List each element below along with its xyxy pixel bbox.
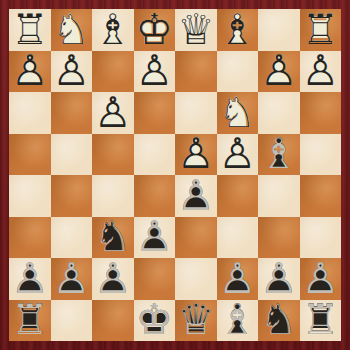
piece-black-rook[interactable]: ♜♖ — [300, 300, 342, 342]
piece-glyph-fill: ♜ — [9, 300, 51, 342]
square-c1[interactable]: ♝♗ — [217, 9, 259, 51]
square-h5[interactable] — [9, 175, 51, 217]
piece-white-knight[interactable]: ♞♘ — [217, 92, 259, 134]
square-d8[interactable]: ♛♕ — [175, 300, 217, 342]
piece-glyph-line: ♕ — [175, 9, 217, 51]
piece-black-pawn[interactable]: ♟♙ — [258, 258, 300, 300]
piece-glyph-line: ♗ — [217, 9, 259, 51]
piece-glyph-fill: ♞ — [51, 9, 93, 51]
square-d3[interactable] — [175, 92, 217, 134]
piece-black-pawn[interactable]: ♟♙ — [134, 217, 176, 259]
piece-white-pawn[interactable]: ♟♙ — [217, 134, 259, 176]
square-g6[interactable] — [51, 217, 93, 259]
square-h1[interactable]: ♜♖ — [9, 9, 51, 51]
square-e2[interactable]: ♟♙ — [134, 51, 176, 93]
piece-white-pawn[interactable]: ♟♙ — [300, 51, 342, 93]
square-f3[interactable]: ♟♙ — [92, 92, 134, 134]
piece-black-rook[interactable]: ♜♖ — [9, 300, 51, 342]
piece-glyph-line: ♙ — [9, 258, 51, 300]
square-d4[interactable]: ♟♙ — [175, 134, 217, 176]
piece-glyph-line: ♖ — [9, 300, 51, 342]
piece-glyph-fill: ♟ — [92, 258, 134, 300]
piece-glyph-fill: ♟ — [217, 134, 259, 176]
square-b7[interactable]: ♟♙ — [258, 258, 300, 300]
piece-glyph-line: ♙ — [300, 258, 342, 300]
piece-glyph-fill: ♝ — [217, 300, 259, 342]
square-b3[interactable] — [258, 92, 300, 134]
piece-white-queen[interactable]: ♛♕ — [175, 9, 217, 51]
piece-glyph-line: ♔ — [134, 300, 176, 342]
square-d7[interactable] — [175, 258, 217, 300]
square-f1[interactable]: ♝♗ — [92, 9, 134, 51]
piece-glyph-line: ♙ — [217, 134, 259, 176]
square-e7[interactable] — [134, 258, 176, 300]
piece-glyph-line: ♙ — [258, 258, 300, 300]
square-b1[interactable] — [258, 9, 300, 51]
piece-glyph-fill: ♝ — [217, 9, 259, 51]
piece-glyph-fill: ♝ — [258, 134, 300, 176]
piece-black-pawn[interactable]: ♟♙ — [51, 258, 93, 300]
piece-white-rook[interactable]: ♜♖ — [9, 9, 51, 51]
square-h6[interactable] — [9, 217, 51, 259]
piece-white-pawn[interactable]: ♟♙ — [92, 92, 134, 134]
piece-glyph-line: ♙ — [92, 258, 134, 300]
piece-glyph-fill: ♟ — [134, 51, 176, 93]
piece-glyph-fill: ♟ — [51, 51, 93, 93]
piece-glyph-line: ♙ — [9, 51, 51, 93]
square-b8[interactable]: ♞♘ — [258, 300, 300, 342]
piece-glyph-line: ♗ — [258, 134, 300, 176]
piece-glyph-fill: ♟ — [175, 134, 217, 176]
piece-black-bishop[interactable]: ♝♗ — [258, 134, 300, 176]
piece-glyph-fill: ♟ — [175, 175, 217, 217]
square-e1[interactable]: ♚♔ — [134, 9, 176, 51]
piece-white-king[interactable]: ♚♔ — [134, 9, 176, 51]
square-f4[interactable] — [92, 134, 134, 176]
piece-glyph-line: ♙ — [51, 258, 93, 300]
square-a4[interactable] — [300, 134, 342, 176]
square-f6[interactable]: ♞♘ — [92, 217, 134, 259]
piece-glyph-fill: ♞ — [258, 300, 300, 342]
piece-glyph-fill: ♜ — [300, 9, 342, 51]
piece-glyph-fill: ♟ — [134, 217, 176, 259]
piece-white-rook[interactable]: ♜♖ — [300, 9, 342, 51]
square-a8[interactable]: ♜♖ — [300, 300, 342, 342]
piece-glyph-fill: ♟ — [217, 258, 259, 300]
square-e8[interactable]: ♚♔ — [134, 300, 176, 342]
square-a6[interactable] — [300, 217, 342, 259]
square-a5[interactable] — [300, 175, 342, 217]
piece-glyph-line: ♙ — [175, 134, 217, 176]
piece-glyph-line: ♔ — [134, 9, 176, 51]
piece-glyph-fill: ♟ — [51, 258, 93, 300]
piece-glyph-line: ♙ — [51, 51, 93, 93]
square-f8[interactable] — [92, 300, 134, 342]
piece-glyph-line: ♘ — [92, 217, 134, 259]
square-h4[interactable] — [9, 134, 51, 176]
square-d1[interactable]: ♛♕ — [175, 9, 217, 51]
square-h7[interactable]: ♟♙ — [9, 258, 51, 300]
square-f7[interactable]: ♟♙ — [92, 258, 134, 300]
piece-glyph-fill: ♟ — [9, 51, 51, 93]
square-e5[interactable] — [134, 175, 176, 217]
piece-glyph-line: ♙ — [92, 92, 134, 134]
piece-glyph-line: ♖ — [300, 9, 342, 51]
piece-glyph-fill: ♟ — [258, 258, 300, 300]
square-a2[interactable]: ♟♙ — [300, 51, 342, 93]
square-g2[interactable]: ♟♙ — [51, 51, 93, 93]
square-c5[interactable] — [217, 175, 259, 217]
square-h2[interactable]: ♟♙ — [9, 51, 51, 93]
square-g7[interactable]: ♟♙ — [51, 258, 93, 300]
square-c4[interactable]: ♟♙ — [217, 134, 259, 176]
piece-glyph-fill: ♟ — [258, 51, 300, 93]
square-e6[interactable]: ♟♙ — [134, 217, 176, 259]
piece-glyph-fill: ♞ — [92, 217, 134, 259]
piece-glyph-fill: ♟ — [300, 51, 342, 93]
piece-glyph-line: ♘ — [51, 9, 93, 51]
piece-glyph-line: ♙ — [134, 217, 176, 259]
piece-glyph-line: ♗ — [217, 300, 259, 342]
square-g4[interactable] — [51, 134, 93, 176]
square-d5[interactable]: ♟♙ — [175, 175, 217, 217]
piece-glyph-fill: ♝ — [92, 9, 134, 51]
piece-glyph-fill: ♟ — [9, 258, 51, 300]
piece-white-pawn[interactable]: ♟♙ — [51, 51, 93, 93]
piece-glyph-line: ♙ — [258, 51, 300, 93]
piece-white-pawn[interactable]: ♟♙ — [258, 51, 300, 93]
square-d2[interactable] — [175, 51, 217, 93]
piece-white-bishop[interactable]: ♝♗ — [217, 9, 259, 51]
square-e3[interactable] — [134, 92, 176, 134]
piece-black-pawn[interactable]: ♟♙ — [300, 258, 342, 300]
square-g1[interactable]: ♞♘ — [51, 9, 93, 51]
square-h3[interactable] — [9, 92, 51, 134]
piece-glyph-line: ♘ — [217, 92, 259, 134]
piece-white-knight[interactable]: ♞♘ — [51, 9, 93, 51]
piece-white-bishop[interactable]: ♝♗ — [92, 9, 134, 51]
square-c3[interactable]: ♞♘ — [217, 92, 259, 134]
piece-white-pawn[interactable]: ♟♙ — [9, 51, 51, 93]
piece-glyph-fill: ♜ — [300, 300, 342, 342]
square-b4[interactable]: ♝♗ — [258, 134, 300, 176]
square-c6[interactable] — [217, 217, 259, 259]
square-g8[interactable] — [51, 300, 93, 342]
square-a1[interactable]: ♜♖ — [300, 9, 342, 51]
chess-board: ♜♖♞♘♝♗♚♔♛♕♝♗♜♖♟♙♟♙♟♙♟♙♟♙♟♙♞♘♟♙♟♙♝♗♟♙♞♘♟♙… — [9, 9, 341, 341]
piece-glyph-fill: ♚ — [134, 9, 176, 51]
piece-white-pawn[interactable]: ♟♙ — [134, 51, 176, 93]
piece-glyph-fill: ♜ — [9, 9, 51, 51]
piece-black-pawn[interactable]: ♟♙ — [9, 258, 51, 300]
square-a3[interactable] — [300, 92, 342, 134]
piece-black-pawn[interactable]: ♟♙ — [92, 258, 134, 300]
square-g3[interactable] — [51, 92, 93, 134]
piece-black-king[interactable]: ♚♔ — [134, 300, 176, 342]
piece-glyph-fill: ♛ — [175, 300, 217, 342]
square-c7[interactable]: ♟♙ — [217, 258, 259, 300]
square-f5[interactable] — [92, 175, 134, 217]
square-c2[interactable] — [217, 51, 259, 93]
piece-white-pawn[interactable]: ♟♙ — [175, 134, 217, 176]
piece-glyph-line: ♙ — [217, 258, 259, 300]
piece-black-queen[interactable]: ♛♕ — [175, 300, 217, 342]
piece-glyph-line: ♙ — [134, 51, 176, 93]
square-b2[interactable]: ♟♙ — [258, 51, 300, 93]
piece-glyph-fill: ♟ — [300, 258, 342, 300]
piece-black-knight[interactable]: ♞♘ — [92, 217, 134, 259]
square-f2[interactable] — [92, 51, 134, 93]
square-g5[interactable] — [51, 175, 93, 217]
square-d6[interactable] — [175, 217, 217, 259]
square-e4[interactable] — [134, 134, 176, 176]
chess-board-frame: ♜♖♞♘♝♗♚♔♛♕♝♗♜♖♟♙♟♙♟♙♟♙♟♙♟♙♞♘♟♙♟♙♝♗♟♙♞♘♟♙… — [0, 0, 350, 350]
piece-glyph-line: ♖ — [9, 9, 51, 51]
piece-glyph-line: ♙ — [175, 175, 217, 217]
piece-black-pawn[interactable]: ♟♙ — [175, 175, 217, 217]
piece-black-bishop[interactable]: ♝♗ — [217, 300, 259, 342]
square-c8[interactable]: ♝♗ — [217, 300, 259, 342]
piece-glyph-line: ♕ — [175, 300, 217, 342]
piece-glyph-line: ♙ — [300, 51, 342, 93]
piece-glyph-line: ♖ — [300, 300, 342, 342]
piece-black-pawn[interactable]: ♟♙ — [217, 258, 259, 300]
square-b5[interactable] — [258, 175, 300, 217]
piece-glyph-fill: ♞ — [217, 92, 259, 134]
piece-black-knight[interactable]: ♞♘ — [258, 300, 300, 342]
piece-glyph-fill: ♛ — [175, 9, 217, 51]
piece-glyph-line: ♘ — [258, 300, 300, 342]
square-h8[interactable]: ♜♖ — [9, 300, 51, 342]
piece-glyph-fill: ♚ — [134, 300, 176, 342]
piece-glyph-fill: ♟ — [92, 92, 134, 134]
piece-glyph-line: ♗ — [92, 9, 134, 51]
square-a7[interactable]: ♟♙ — [300, 258, 342, 300]
square-b6[interactable] — [258, 217, 300, 259]
